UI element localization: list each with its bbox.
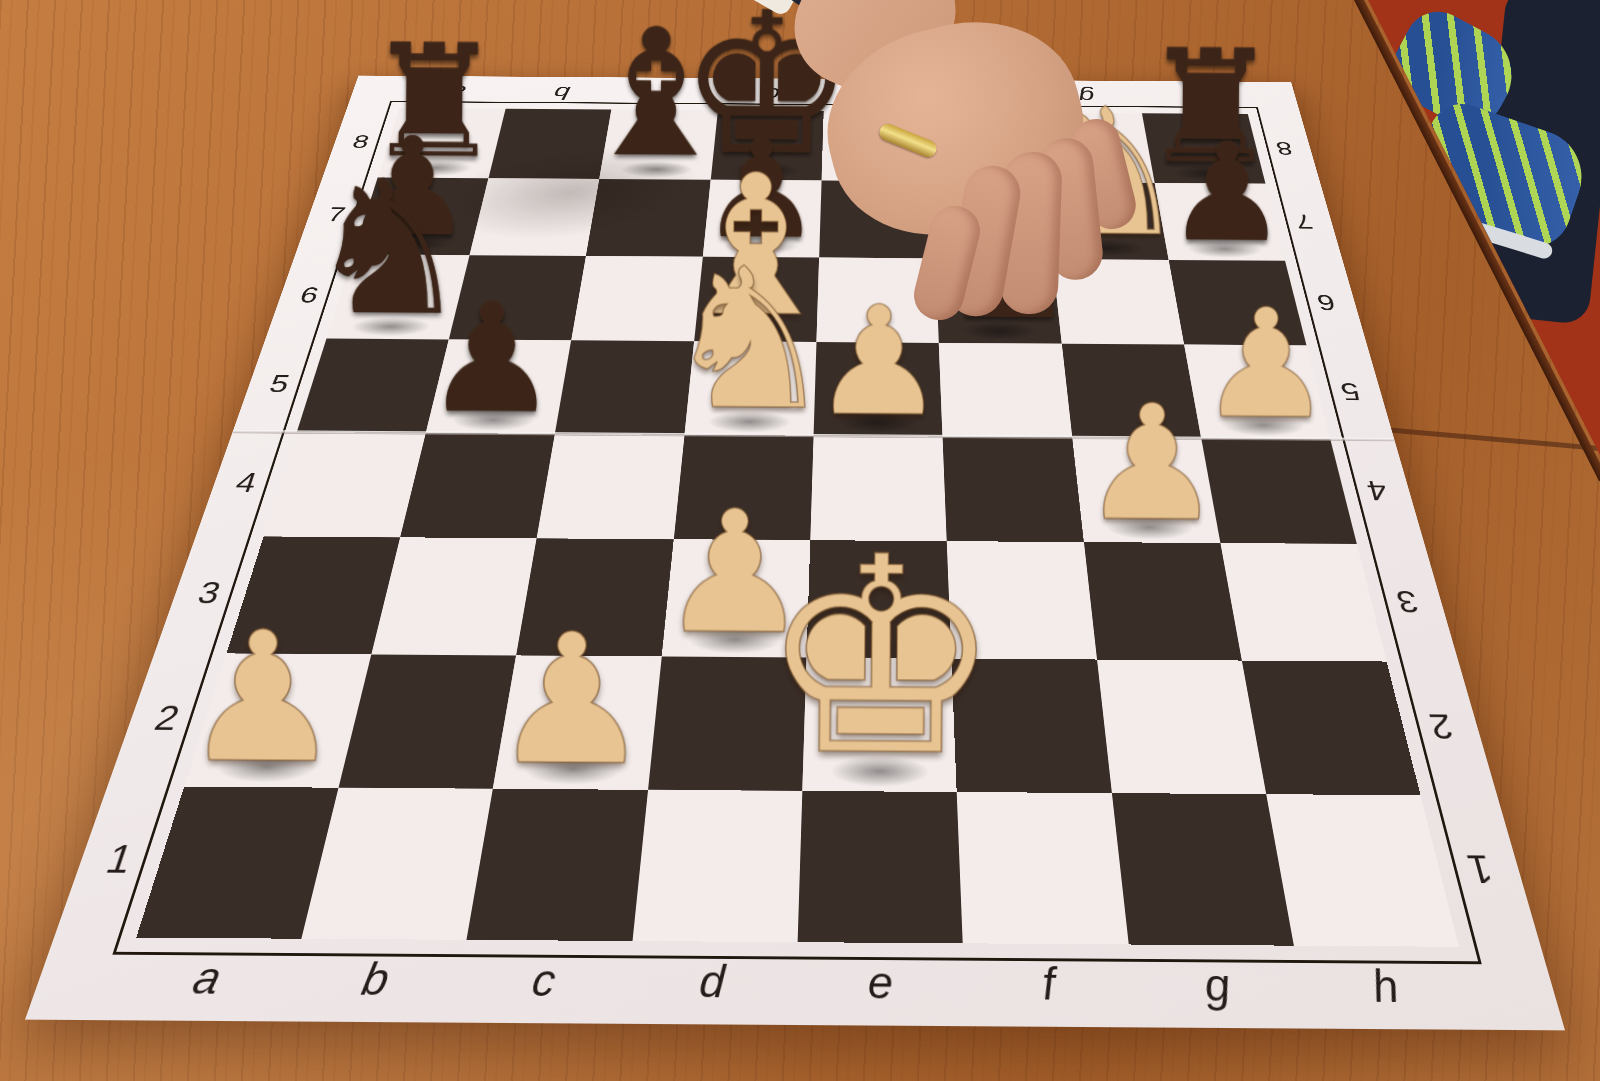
square-e2: ♚ — [802, 658, 957, 792]
file-label-c: c — [453, 944, 631, 1017]
square-g1 — [1112, 793, 1294, 946]
rank-right-label-3: 3 — [1362, 544, 1456, 662]
square-g4: ♟ — [1072, 438, 1220, 544]
square-b5: ♟ — [426, 339, 572, 434]
white-pawn-g4: ♟ — [1080, 388, 1224, 540]
file-label-e: e — [795, 946, 966, 1020]
file-top-label-a: a — [400, 78, 513, 107]
file-top-label-b: b — [506, 79, 617, 108]
white-pawn-a2: ♟ — [182, 611, 345, 783]
square-b4 — [400, 433, 555, 538]
black-pawn-b5: ♟ — [424, 287, 560, 431]
square-c2: ♟ — [493, 656, 661, 790]
square-f1 — [957, 792, 1128, 945]
square-g2 — [1097, 660, 1266, 794]
wood-table-surface: ♜♝♚♜♟♟♟♞♟♞♝♞♟♞♟♟♟♟♟♟♚ abcdefgh abcdefgh … — [0, 0, 1600, 1081]
square-c1 — [467, 788, 648, 940]
square-e1 — [798, 791, 963, 944]
white-king-e2: ♚ — [758, 528, 1004, 788]
white-pawn-c2: ♟ — [490, 613, 653, 785]
square-g3 — [1084, 542, 1242, 661]
player-hand — [650, 0, 1170, 400]
square-a2: ♟ — [184, 654, 371, 788]
square-d1 — [632, 790, 802, 942]
square-h4 — [1201, 438, 1357, 544]
